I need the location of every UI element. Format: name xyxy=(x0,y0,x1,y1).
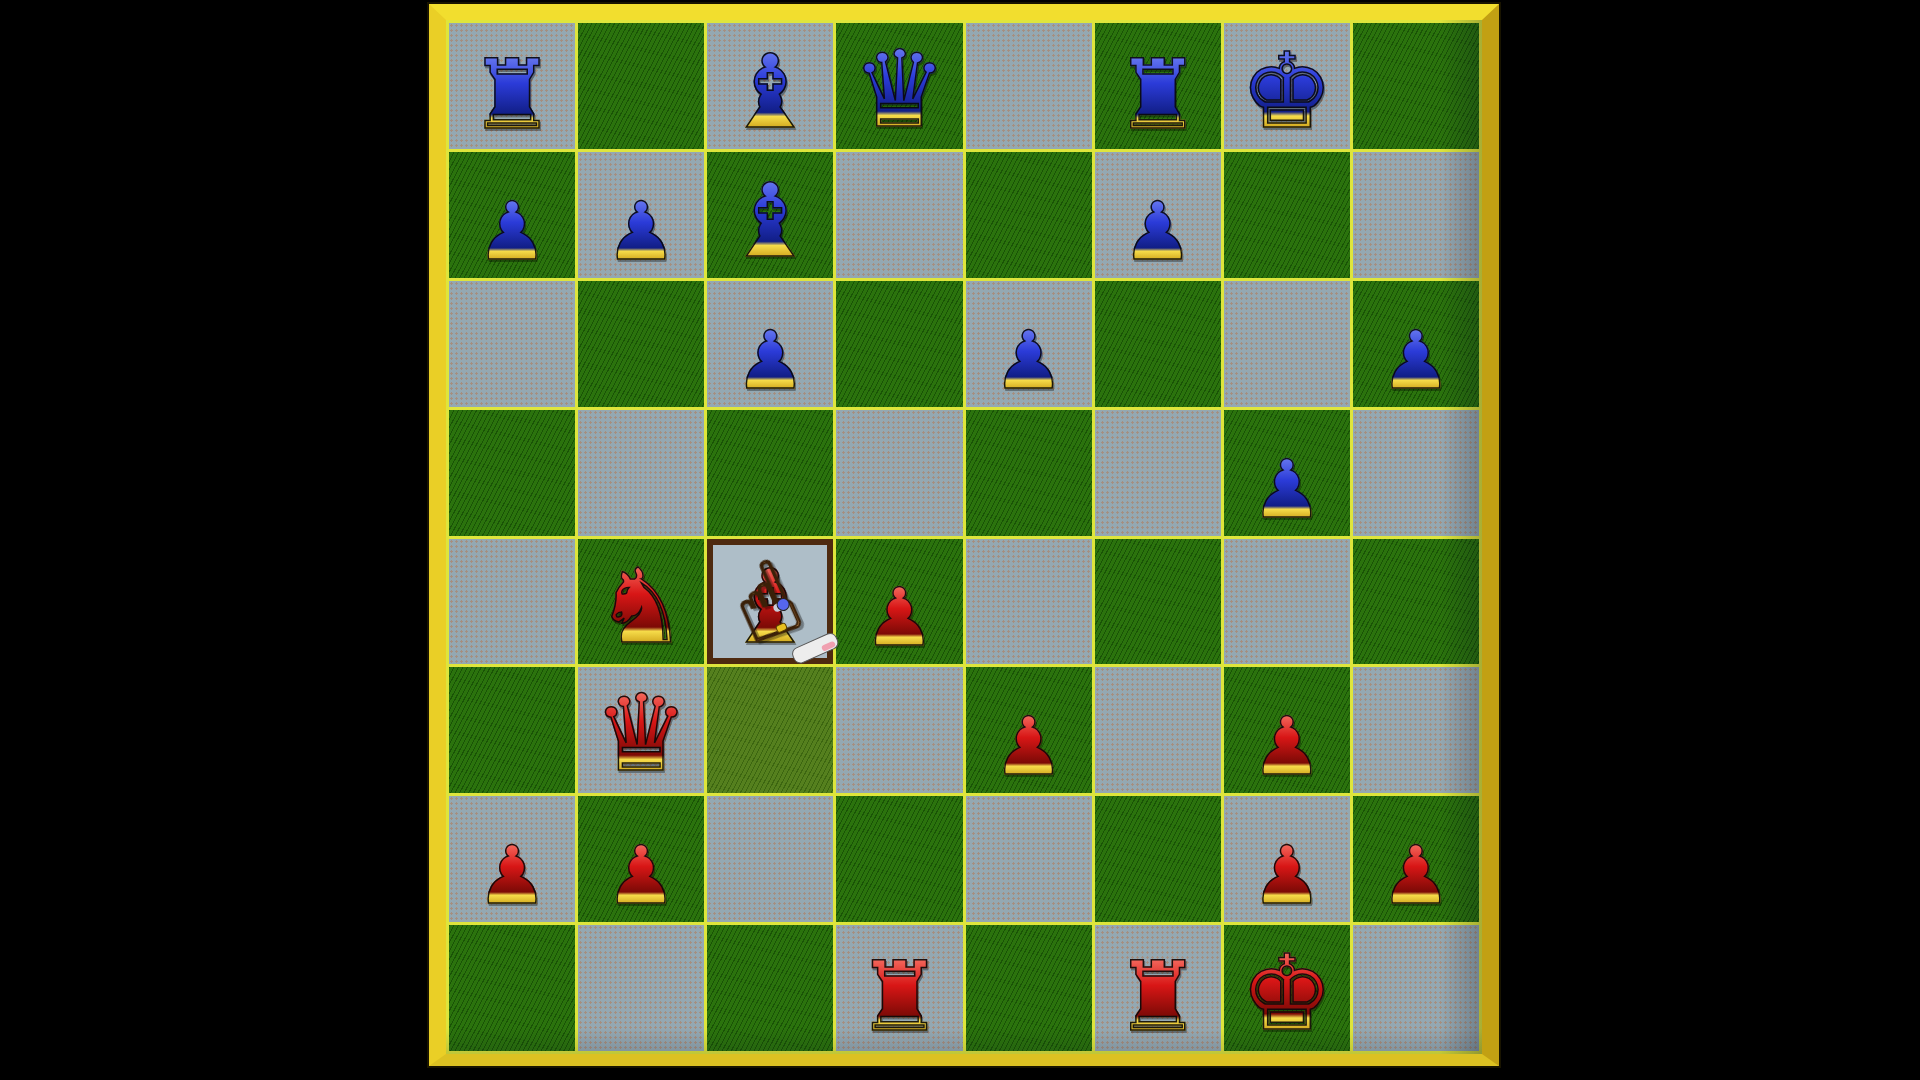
piece-red-queen[interactable]: ♛ xyxy=(594,681,689,787)
piece-red-pawn[interactable]: ♟ xyxy=(476,836,548,916)
square-b4[interactable]: ♞ xyxy=(578,539,704,665)
square-g3[interactable]: ♟ xyxy=(1224,667,1350,793)
square-f6[interactable] xyxy=(1095,281,1221,407)
piece-blue-pawn[interactable]: ♟ xyxy=(1380,321,1452,401)
piece-blue-king[interactable]: ♚ xyxy=(1240,39,1333,143)
piece-blue-pawn[interactable]: ♟ xyxy=(1122,192,1194,272)
square-h3[interactable] xyxy=(1353,667,1479,793)
square-e3[interactable]: ♟ xyxy=(966,667,1092,793)
square-e2[interactable] xyxy=(966,796,1092,922)
square-c1[interactable] xyxy=(707,925,833,1051)
square-d7[interactable] xyxy=(836,152,962,278)
square-g4[interactable] xyxy=(1224,539,1350,665)
square-e7[interactable] xyxy=(966,152,1092,278)
piece-red-pawn[interactable]: ♟ xyxy=(993,707,1065,787)
piece-red-pawn[interactable]: ♟ xyxy=(1380,836,1452,916)
square-h4[interactable] xyxy=(1353,539,1479,665)
piece-red-rook[interactable]: ♜ xyxy=(856,949,942,1045)
square-d4[interactable]: ♟ xyxy=(836,539,962,665)
square-d1[interactable]: ♜ xyxy=(836,925,962,1051)
square-d3[interactable] xyxy=(836,667,962,793)
screen: ♜♝♛♜♚♟♟♝♟♟♟♟♟♞♝☝♟♛♟♟♟♟♟♟♜♜♚ xyxy=(0,0,1920,1080)
square-a4[interactable] xyxy=(449,539,575,665)
square-c8[interactable]: ♝ xyxy=(707,23,833,149)
piece-blue-queen[interactable]: ♛ xyxy=(852,37,947,143)
square-d8[interactable]: ♛ xyxy=(836,23,962,149)
square-a3[interactable] xyxy=(449,667,575,793)
square-a8[interactable]: ♜ xyxy=(449,23,575,149)
piece-blue-pawn[interactable]: ♟ xyxy=(734,321,806,401)
piece-blue-pawn[interactable]: ♟ xyxy=(1251,450,1323,530)
square-a7[interactable]: ♟ xyxy=(449,152,575,278)
piece-red-pawn[interactable]: ♟ xyxy=(605,836,677,916)
square-g1[interactable]: ♚ xyxy=(1224,925,1350,1051)
square-f3[interactable] xyxy=(1095,667,1221,793)
square-b5[interactable] xyxy=(578,410,704,536)
board-frame: ♜♝♛♜♚♟♟♝♟♟♟♟♟♞♝☝♟♛♟♟♟♟♟♟♜♜♚ xyxy=(429,4,1499,1066)
square-e8[interactable] xyxy=(966,23,1092,149)
piece-blue-rook[interactable]: ♜ xyxy=(469,47,555,143)
piece-blue-rook[interactable]: ♜ xyxy=(1115,47,1201,143)
square-b7[interactable]: ♟ xyxy=(578,152,704,278)
piece-blue-pawn[interactable]: ♟ xyxy=(476,192,548,272)
piece-red-pawn[interactable]: ♟ xyxy=(864,578,936,658)
square-e4[interactable] xyxy=(966,539,1092,665)
square-g2[interactable]: ♟ xyxy=(1224,796,1350,922)
square-g8[interactable]: ♚ xyxy=(1224,23,1350,149)
piece-blue-pawn[interactable]: ♟ xyxy=(993,321,1065,401)
square-d6[interactable] xyxy=(836,281,962,407)
square-c5[interactable] xyxy=(707,410,833,536)
square-a1[interactable] xyxy=(449,925,575,1051)
square-c3[interactable] xyxy=(707,667,833,793)
chess-board: ♜♝♛♜♚♟♟♝♟♟♟♟♟♞♝☝♟♛♟♟♟♟♟♟♜♜♚ xyxy=(446,20,1482,1054)
square-a5[interactable] xyxy=(449,410,575,536)
cuff-accent-icon xyxy=(821,640,836,651)
piece-red-pawn[interactable]: ♟ xyxy=(1251,707,1323,787)
piece-red-rook[interactable]: ♜ xyxy=(1115,949,1201,1045)
square-h2[interactable]: ♟ xyxy=(1353,796,1479,922)
square-a2[interactable]: ♟ xyxy=(449,796,575,922)
square-f2[interactable] xyxy=(1095,796,1221,922)
piece-red-knight[interactable]: ♞ xyxy=(595,555,687,658)
square-h1[interactable] xyxy=(1353,925,1479,1051)
square-f1[interactable]: ♜ xyxy=(1095,925,1221,1051)
square-e5[interactable] xyxy=(966,410,1092,536)
square-b2[interactable]: ♟ xyxy=(578,796,704,922)
piece-red-bishop[interactable]: ♝ xyxy=(725,556,816,658)
square-h5[interactable] xyxy=(1353,410,1479,536)
square-h7[interactable] xyxy=(1353,152,1479,278)
square-e6[interactable]: ♟ xyxy=(966,281,1092,407)
square-b6[interactable] xyxy=(578,281,704,407)
square-c2[interactable] xyxy=(707,796,833,922)
square-a6[interactable] xyxy=(449,281,575,407)
square-g5[interactable]: ♟ xyxy=(1224,410,1350,536)
square-d5[interactable] xyxy=(836,410,962,536)
square-f7[interactable]: ♟ xyxy=(1095,152,1221,278)
square-b1[interactable] xyxy=(578,925,704,1051)
piece-red-king[interactable]: ♚ xyxy=(1240,941,1333,1045)
square-b3[interactable]: ♛ xyxy=(578,667,704,793)
piece-blue-pawn[interactable]: ♟ xyxy=(605,192,677,272)
piece-blue-bishop[interactable]: ♝ xyxy=(725,170,816,272)
square-c4[interactable]: ♝☝ xyxy=(707,539,833,665)
square-h6[interactable]: ♟ xyxy=(1353,281,1479,407)
square-d2[interactable] xyxy=(836,796,962,922)
square-b8[interactable] xyxy=(578,23,704,149)
square-e1[interactable] xyxy=(966,925,1092,1051)
piece-red-pawn[interactable]: ♟ xyxy=(1251,836,1323,916)
square-g7[interactable] xyxy=(1224,152,1350,278)
square-f5[interactable] xyxy=(1095,410,1221,536)
square-c6[interactable]: ♟ xyxy=(707,281,833,407)
square-c7[interactable]: ♝ xyxy=(707,152,833,278)
square-f8[interactable]: ♜ xyxy=(1095,23,1221,149)
square-h8[interactable] xyxy=(1353,23,1479,149)
square-f4[interactable] xyxy=(1095,539,1221,665)
piece-blue-bishop[interactable]: ♝ xyxy=(725,41,816,143)
square-g6[interactable] xyxy=(1224,281,1350,407)
